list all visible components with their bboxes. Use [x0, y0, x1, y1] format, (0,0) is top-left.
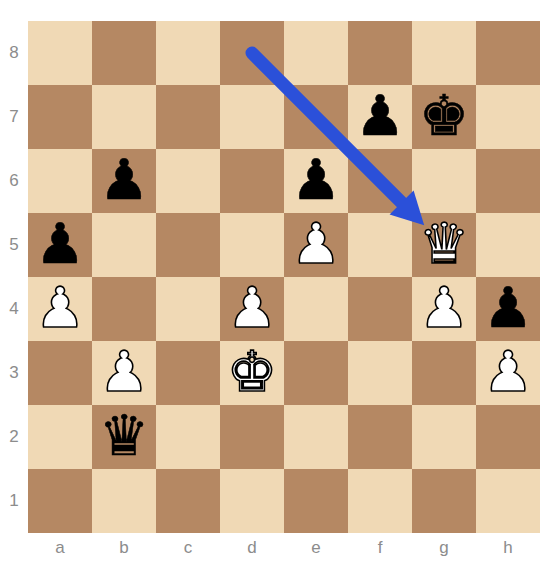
rank-label-2: 2 — [0, 405, 28, 469]
rank-label-3: 3 — [0, 341, 28, 405]
piece-white-pawn-a4[interactable]: ♟ — [28, 277, 92, 341]
rank-label-1: 1 — [0, 469, 28, 533]
piece-black-pawn-b6[interactable]: ♟ — [92, 149, 156, 213]
rank-label-7: 7 — [0, 85, 28, 149]
piece-white-pawn-e5[interactable]: ♟ — [284, 213, 348, 277]
file-label-h: h — [476, 533, 540, 562]
file-label-e: e — [284, 533, 348, 562]
piece-black-king-g7[interactable]: ♚ — [412, 85, 476, 149]
piece-white-pawn-d4[interactable]: ♟ — [220, 277, 284, 341]
pieces-layer: ♟♚♟♟♟♟♛♟♟♟♟♟♚♟♛ — [28, 21, 540, 533]
file-label-b: b — [92, 533, 156, 562]
piece-white-pawn-h3[interactable]: ♟ — [476, 341, 540, 405]
piece-black-pawn-e6[interactable]: ♟ — [284, 149, 348, 213]
piece-black-pawn-h4[interactable]: ♟ — [476, 277, 540, 341]
file-label-f: f — [348, 533, 412, 562]
piece-black-pawn-a5[interactable]: ♟ — [28, 213, 92, 277]
rank-label-8: 8 — [0, 21, 28, 85]
rank-label-6: 6 — [0, 149, 28, 213]
file-label-d: d — [220, 533, 284, 562]
piece-white-pawn-b3[interactable]: ♟ — [92, 341, 156, 405]
rank-label-5: 5 — [0, 213, 28, 277]
file-labels: abcdefgh — [28, 533, 540, 562]
file-label-c: c — [156, 533, 220, 562]
file-label-a: a — [28, 533, 92, 562]
piece-white-pawn-g4[interactable]: ♟ — [412, 277, 476, 341]
chess-app-stage: 87654321 abcdefgh ♟♚♟♟♟♟♛♟♟♟♟♟♚♟♛ — [0, 0, 556, 562]
piece-black-queen-b2[interactable]: ♛ — [92, 405, 156, 469]
piece-white-king-d3[interactable]: ♚ — [220, 341, 284, 405]
rank-label-4: 4 — [0, 277, 28, 341]
file-label-g: g — [412, 533, 476, 562]
chess-board: ♟♚♟♟♟♟♛♟♟♟♟♟♚♟♛ — [28, 21, 540, 533]
rank-labels: 87654321 — [0, 21, 28, 533]
piece-white-queen-g5[interactable]: ♛ — [412, 213, 476, 277]
piece-black-pawn-f7[interactable]: ♟ — [348, 85, 412, 149]
